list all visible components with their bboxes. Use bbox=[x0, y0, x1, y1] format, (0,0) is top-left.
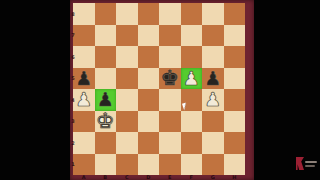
square-g2[interactable] bbox=[202, 132, 224, 154]
square-b2[interactable] bbox=[95, 132, 117, 154]
square-e5[interactable]: ♚ bbox=[159, 68, 181, 90]
square-a3[interactable] bbox=[73, 111, 95, 133]
chess-board[interactable]: ♟♚♟♟♟♟♟♚ bbox=[73, 3, 245, 175]
square-b8[interactable] bbox=[95, 3, 117, 25]
square-c3[interactable] bbox=[116, 111, 138, 133]
square-e6[interactable] bbox=[159, 46, 181, 68]
left-letterbox-bar bbox=[0, 0, 70, 180]
rank-label-6: 6 bbox=[70, 46, 76, 68]
square-g1[interactable] bbox=[202, 154, 224, 176]
square-d2[interactable] bbox=[138, 132, 160, 154]
square-h2[interactable] bbox=[224, 132, 246, 154]
square-e7[interactable] bbox=[159, 25, 181, 47]
rank-label-3: 3 bbox=[70, 111, 76, 133]
square-h6[interactable] bbox=[224, 46, 246, 68]
square-b7[interactable] bbox=[95, 25, 117, 47]
square-g8[interactable] bbox=[202, 3, 224, 25]
file-label-g: G bbox=[202, 174, 224, 180]
file-label-a: A bbox=[73, 174, 95, 180]
square-a5[interactable]: ♟ bbox=[73, 68, 95, 90]
white-pawn-f5[interactable]: ♟ bbox=[181, 68, 203, 90]
square-a2[interactable] bbox=[73, 132, 95, 154]
square-g4[interactable]: ♟ bbox=[202, 89, 224, 111]
square-a4[interactable]: ♟ bbox=[73, 89, 95, 111]
square-b5[interactable] bbox=[95, 68, 117, 90]
square-a6[interactable] bbox=[73, 46, 95, 68]
rank-label-4: 4 bbox=[70, 89, 76, 111]
square-a7[interactable] bbox=[73, 25, 95, 47]
black-pawn-b4[interactable]: ♟ bbox=[95, 89, 117, 111]
square-c7[interactable] bbox=[116, 25, 138, 47]
file-label-e: E bbox=[159, 174, 181, 180]
file-label-h: H bbox=[224, 174, 246, 180]
square-e1[interactable] bbox=[159, 154, 181, 176]
square-a8[interactable] bbox=[73, 3, 95, 25]
square-d8[interactable] bbox=[138, 3, 160, 25]
file-label-d: D bbox=[138, 174, 160, 180]
square-e8[interactable] bbox=[159, 3, 181, 25]
square-g5[interactable]: ♟ bbox=[202, 68, 224, 90]
logo-text-line bbox=[305, 161, 317, 163]
rank-labels: 87654321 bbox=[70, 3, 76, 175]
square-d4[interactable] bbox=[138, 89, 160, 111]
square-g7[interactable] bbox=[202, 25, 224, 47]
thumbnail-stage: ♟♚♟♟♟♟♟♚ 87654321 ABCDEFGH bbox=[0, 0, 320, 180]
square-c6[interactable] bbox=[116, 46, 138, 68]
rank-label-1: 1 bbox=[70, 154, 76, 176]
square-h8[interactable] bbox=[224, 3, 246, 25]
square-c1[interactable] bbox=[116, 154, 138, 176]
square-g3[interactable] bbox=[202, 111, 224, 133]
black-pawn-a5[interactable]: ♟ bbox=[73, 68, 95, 90]
channel-logo bbox=[296, 157, 318, 172]
rank-label-7: 7 bbox=[70, 25, 76, 47]
square-f1[interactable] bbox=[181, 154, 203, 176]
square-d3[interactable] bbox=[138, 111, 160, 133]
rank-label-8: 8 bbox=[70, 3, 76, 25]
square-f6[interactable] bbox=[181, 46, 203, 68]
black-king-e5[interactable]: ♚ bbox=[159, 68, 181, 90]
square-h5[interactable] bbox=[224, 68, 246, 90]
square-e2[interactable] bbox=[159, 132, 181, 154]
square-e3[interactable] bbox=[159, 111, 181, 133]
file-label-b: B bbox=[95, 174, 117, 180]
square-f2[interactable] bbox=[181, 132, 203, 154]
square-h4[interactable] bbox=[224, 89, 246, 111]
right-letterbox-bar bbox=[254, 0, 320, 180]
file-labels: ABCDEFGH bbox=[73, 174, 245, 180]
white-pawn-a4[interactable]: ♟ bbox=[73, 89, 95, 111]
square-h3[interactable] bbox=[224, 111, 246, 133]
rank-label-2: 2 bbox=[70, 132, 76, 154]
square-g6[interactable] bbox=[202, 46, 224, 68]
square-f5[interactable]: ♟ bbox=[181, 68, 203, 90]
black-pawn-g5[interactable]: ♟ bbox=[202, 68, 224, 90]
logo-text-line bbox=[305, 165, 315, 167]
square-d1[interactable] bbox=[138, 154, 160, 176]
square-b4[interactable]: ♟ bbox=[95, 89, 117, 111]
square-f7[interactable] bbox=[181, 25, 203, 47]
logo-emblem-icon bbox=[296, 157, 304, 170]
rank-label-5: 5 bbox=[70, 68, 76, 90]
square-f3[interactable] bbox=[181, 111, 203, 133]
square-e4[interactable] bbox=[159, 89, 181, 111]
square-h1[interactable] bbox=[224, 154, 246, 176]
square-c2[interactable] bbox=[116, 132, 138, 154]
square-d6[interactable] bbox=[138, 46, 160, 68]
square-c5[interactable] bbox=[116, 68, 138, 90]
square-b3[interactable]: ♚ bbox=[95, 111, 117, 133]
square-b6[interactable] bbox=[95, 46, 117, 68]
square-f8[interactable] bbox=[181, 3, 203, 25]
file-label-c: C bbox=[116, 174, 138, 180]
file-label-f: F bbox=[181, 174, 203, 180]
square-b1[interactable] bbox=[95, 154, 117, 176]
white-king-b3[interactable]: ♚ bbox=[95, 111, 117, 133]
square-h7[interactable] bbox=[224, 25, 246, 47]
square-c8[interactable] bbox=[116, 3, 138, 25]
white-pawn-g4[interactable]: ♟ bbox=[202, 89, 224, 111]
square-d5[interactable] bbox=[138, 68, 160, 90]
board-frame: ♟♚♟♟♟♟♟♚ 87654321 ABCDEFGH bbox=[70, 0, 254, 180]
square-d7[interactable] bbox=[138, 25, 160, 47]
square-a1[interactable] bbox=[73, 154, 95, 176]
square-c4[interactable] bbox=[116, 89, 138, 111]
